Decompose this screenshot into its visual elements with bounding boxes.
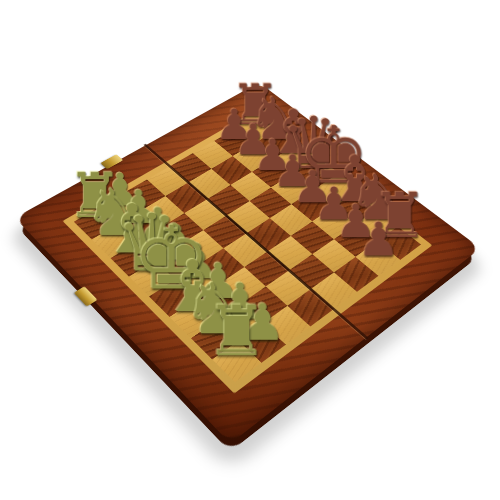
piece-white-brass-rook-h1: ♜ [183, 258, 291, 366]
board-top-surface: ♜♞♝♛♚♝♞♜♟♟♟♟♟♟♟♟♟♟♟♟♟♟♟♟♜♞♝♛♚♝♞♜ [15, 83, 481, 444]
product-photo: ♜♞♝♛♚♝♞♜♟♟♟♟♟♟♟♟♟♟♟♟♟♟♟♟♜♞♝♛♚♝♞♜ [0, 0, 500, 500]
chess-scene: ♜♞♝♛♚♝♞♜♟♟♟♟♟♟♟♟♟♟♟♟♟♟♟♟♜♞♝♛♚♝♞♜ [0, 0, 500, 500]
piece-black-copper-pawn-h7: ♟ [329, 165, 427, 263]
square-h1: ♜ [212, 341, 261, 382]
chess-board: ♜♞♝♛♚♝♞♜♟♟♟♟♟♟♟♟♟♟♟♟♟♟♟♟♜♞♝♛♚♝♞♜ [15, 83, 481, 444]
square-h7: ♟ [356, 242, 400, 276]
